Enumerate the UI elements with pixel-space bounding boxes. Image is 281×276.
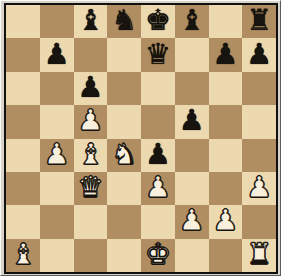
piece-white-pawn[interactable]: ♟ — [246, 173, 272, 202]
square-c7[interactable] — [74, 38, 108, 71]
square-g2[interactable]: ♟ — [209, 205, 243, 238]
square-f2[interactable]: ♟ — [175, 205, 209, 238]
square-e8[interactable]: ♚ — [141, 5, 175, 38]
square-a4[interactable] — [6, 139, 40, 172]
square-h3[interactable]: ♟ — [242, 172, 276, 205]
square-h5[interactable] — [242, 105, 276, 138]
piece-white-rook[interactable]: ♜ — [246, 240, 272, 269]
piece-black-pawn[interactable]: ♟ — [246, 40, 272, 69]
piece-black-bishop[interactable]: ♝ — [179, 6, 205, 35]
square-f5[interactable]: ♟ — [175, 105, 209, 138]
square-b2[interactable] — [40, 205, 74, 238]
square-c3[interactable]: ♛ — [74, 172, 108, 205]
piece-black-bishop[interactable]: ♝ — [77, 6, 103, 35]
piece-black-pawn[interactable]: ♟ — [44, 40, 70, 69]
square-a1[interactable]: ♝ — [6, 239, 40, 272]
piece-white-pawn[interactable]: ♟ — [212, 206, 238, 235]
square-g6[interactable] — [209, 72, 243, 105]
square-e6[interactable] — [141, 72, 175, 105]
square-b3[interactable] — [40, 172, 74, 205]
square-a3[interactable] — [6, 172, 40, 205]
square-d6[interactable] — [107, 72, 141, 105]
square-e4[interactable]: ♟ — [141, 139, 175, 172]
square-h6[interactable] — [242, 72, 276, 105]
piece-white-queen[interactable]: ♛ — [77, 173, 103, 202]
piece-white-king[interactable]: ♚ — [145, 240, 171, 269]
square-g5[interactable] — [209, 105, 243, 138]
piece-white-pawn[interactable]: ♟ — [145, 173, 171, 202]
square-d8[interactable]: ♞ — [107, 5, 141, 38]
square-h1[interactable]: ♜ — [242, 239, 276, 272]
square-f6[interactable] — [175, 72, 209, 105]
piece-black-pawn[interactable]: ♟ — [212, 40, 238, 69]
square-h2[interactable] — [242, 205, 276, 238]
square-a7[interactable] — [6, 38, 40, 71]
square-h8[interactable]: ♜ — [242, 5, 276, 38]
square-f4[interactable] — [175, 139, 209, 172]
square-b8[interactable] — [40, 5, 74, 38]
square-c4[interactable]: ♝ — [74, 139, 108, 172]
piece-black-king[interactable]: ♚ — [145, 6, 171, 35]
square-d7[interactable] — [107, 38, 141, 71]
piece-white-bishop[interactable]: ♝ — [10, 240, 36, 269]
square-c6[interactable]: ♟ — [74, 72, 108, 105]
square-c8[interactable]: ♝ — [74, 5, 108, 38]
square-b5[interactable] — [40, 105, 74, 138]
square-f7[interactable] — [175, 38, 209, 71]
piece-black-queen[interactable]: ♛ — [145, 40, 171, 69]
square-a8[interactable] — [6, 5, 40, 38]
square-e5[interactable] — [141, 105, 175, 138]
piece-black-rook[interactable]: ♜ — [246, 6, 272, 35]
square-d3[interactable] — [107, 172, 141, 205]
piece-white-bishop[interactable]: ♝ — [77, 140, 103, 169]
square-d2[interactable] — [107, 205, 141, 238]
square-a6[interactable] — [6, 72, 40, 105]
square-g7[interactable]: ♟ — [209, 38, 243, 71]
piece-black-pawn[interactable]: ♟ — [179, 106, 205, 135]
square-b4[interactable]: ♟ — [40, 139, 74, 172]
square-b1[interactable] — [40, 239, 74, 272]
piece-white-pawn[interactable]: ♟ — [44, 140, 70, 169]
square-g1[interactable] — [209, 239, 243, 272]
square-c1[interactable] — [74, 239, 108, 272]
square-c2[interactable] — [74, 205, 108, 238]
square-e3[interactable]: ♟ — [141, 172, 175, 205]
square-d1[interactable] — [107, 239, 141, 272]
piece-black-pawn[interactable]: ♟ — [145, 140, 171, 169]
square-d4[interactable]: ♞ — [107, 139, 141, 172]
square-g4[interactable] — [209, 139, 243, 172]
square-e7[interactable]: ♛ — [141, 38, 175, 71]
square-e1[interactable]: ♚ — [141, 239, 175, 272]
square-h7[interactable]: ♟ — [242, 38, 276, 71]
square-f8[interactable]: ♝ — [175, 5, 209, 38]
square-e2[interactable] — [141, 205, 175, 238]
board-frame: ♝♞♚♝♜♟♛♟♟♟♟♟♟♝♞♟♛♟♟♟♟♝♚♜ — [0, 0, 281, 276]
piece-white-knight[interactable]: ♞ — [111, 140, 137, 169]
square-a5[interactable] — [6, 105, 40, 138]
square-f1[interactable] — [175, 239, 209, 272]
square-c5[interactable]: ♟ — [74, 105, 108, 138]
square-g8[interactable] — [209, 5, 243, 38]
square-a2[interactable] — [6, 205, 40, 238]
piece-white-pawn[interactable]: ♟ — [179, 206, 205, 235]
square-b7[interactable]: ♟ — [40, 38, 74, 71]
square-d5[interactable] — [107, 105, 141, 138]
square-h4[interactable] — [242, 139, 276, 172]
square-b6[interactable] — [40, 72, 74, 105]
square-g3[interactable] — [209, 172, 243, 205]
piece-black-pawn[interactable]: ♟ — [77, 73, 103, 102]
square-f3[interactable] — [175, 172, 209, 205]
chess-board: ♝♞♚♝♜♟♛♟♟♟♟♟♟♝♞♟♛♟♟♟♟♝♚♜ — [4, 3, 278, 274]
piece-white-pawn[interactable]: ♟ — [77, 106, 103, 135]
piece-black-knight[interactable]: ♞ — [111, 6, 137, 35]
